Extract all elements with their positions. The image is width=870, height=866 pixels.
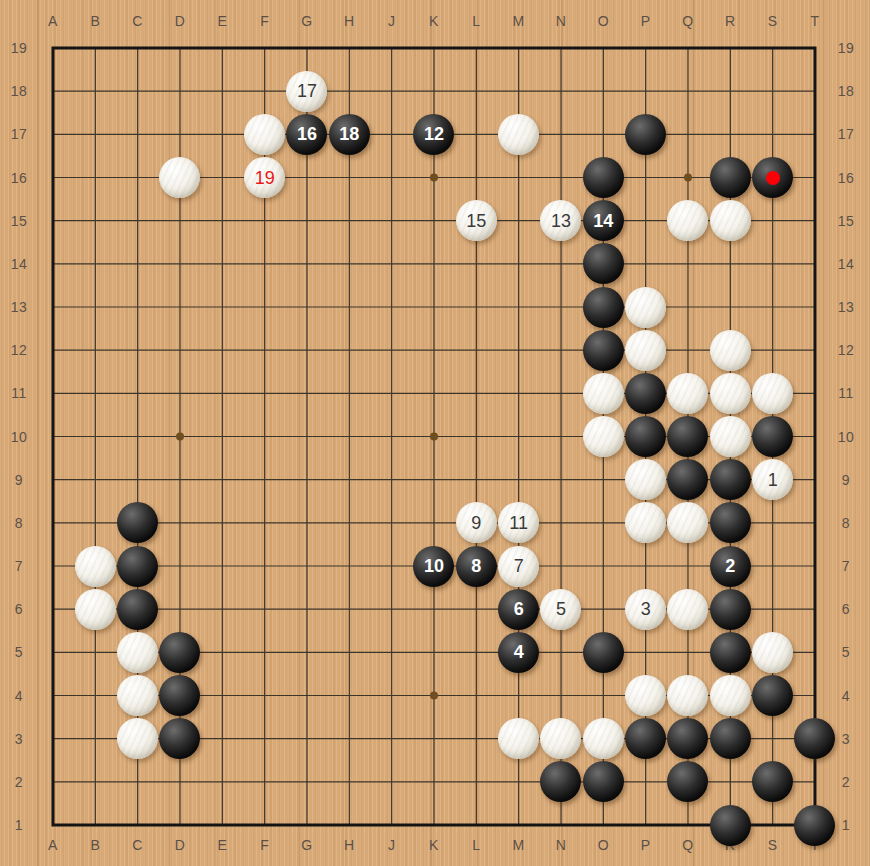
move-number-19: 19 bbox=[255, 169, 275, 187]
star-point-D10 bbox=[176, 433, 184, 441]
stone-black-M6[interactable]: 6 bbox=[498, 589, 539, 630]
stone-white-S9[interactable]: 1 bbox=[752, 459, 793, 500]
stone-white-L15[interactable]: 15 bbox=[456, 200, 497, 241]
move-number-17: 17 bbox=[297, 82, 317, 100]
move-number-8: 8 bbox=[471, 557, 481, 575]
stone-white-M3[interactable] bbox=[498, 718, 539, 759]
coord-label-bottom-D: D bbox=[175, 837, 186, 853]
coord-label-left-8: 8 bbox=[15, 515, 23, 531]
move-number-6: 6 bbox=[514, 600, 524, 618]
stone-black-Q3[interactable] bbox=[667, 718, 708, 759]
stone-black-S10[interactable] bbox=[752, 416, 793, 457]
stone-black-D5[interactable] bbox=[159, 632, 200, 673]
stone-white-M8[interactable]: 11 bbox=[498, 502, 539, 543]
coord-label-right-16: 16 bbox=[838, 170, 855, 186]
stone-black-P3[interactable] bbox=[625, 718, 666, 759]
coord-label-left-17: 17 bbox=[11, 126, 28, 142]
stone-black-O13[interactable] bbox=[583, 287, 624, 328]
coord-label-right-2: 2 bbox=[842, 774, 850, 790]
stone-black-H17[interactable]: 18 bbox=[329, 114, 370, 155]
move-number-9: 9 bbox=[471, 514, 481, 532]
move-number-12: 12 bbox=[424, 125, 444, 143]
coord-label-top-C: C bbox=[132, 13, 143, 29]
coord-label-right-1: 1 bbox=[842, 817, 850, 833]
stone-black-R6[interactable] bbox=[710, 589, 751, 630]
stone-black-O15[interactable]: 14 bbox=[583, 200, 624, 241]
star-point-K16 bbox=[430, 174, 438, 182]
coord-label-top-S: S bbox=[768, 13, 778, 29]
stone-white-O11[interactable] bbox=[583, 373, 624, 414]
coord-label-top-O: O bbox=[598, 13, 609, 29]
stone-white-R11[interactable] bbox=[710, 373, 751, 414]
stone-white-S11[interactable] bbox=[752, 373, 793, 414]
move-number-7: 7 bbox=[514, 557, 524, 575]
stone-black-P11[interactable] bbox=[625, 373, 666, 414]
stone-white-M17[interactable] bbox=[498, 114, 539, 155]
stone-black-C7[interactable] bbox=[117, 546, 158, 587]
stone-white-B6[interactable] bbox=[75, 589, 116, 630]
coord-label-left-19: 19 bbox=[11, 40, 28, 56]
coord-label-left-12: 12 bbox=[11, 342, 28, 358]
stone-white-Q8[interactable] bbox=[667, 502, 708, 543]
coord-label-right-17: 17 bbox=[838, 126, 855, 142]
coord-label-left-16: 16 bbox=[11, 170, 28, 186]
stone-white-C5[interactable] bbox=[117, 632, 158, 673]
star-point-K10 bbox=[430, 433, 438, 441]
coord-label-top-D: D bbox=[175, 13, 186, 29]
coord-label-left-13: 13 bbox=[11, 299, 28, 315]
coord-label-top-J: J bbox=[388, 13, 396, 29]
coord-label-left-9: 9 bbox=[15, 472, 23, 488]
coord-label-bottom-M: M bbox=[513, 837, 525, 853]
stone-white-P12[interactable] bbox=[625, 330, 666, 371]
stone-white-R12[interactable] bbox=[710, 330, 751, 371]
stone-white-S5[interactable] bbox=[752, 632, 793, 673]
coord-label-left-15: 15 bbox=[11, 213, 28, 229]
stone-white-R4[interactable] bbox=[710, 675, 751, 716]
stone-white-Q4[interactable] bbox=[667, 675, 708, 716]
go-board-app: AA1919BB1818CC1717DD1616EE1515FF1414GG13… bbox=[0, 0, 870, 866]
coord-label-top-E: E bbox=[217, 13, 227, 29]
coord-label-top-G: G bbox=[301, 13, 312, 29]
coord-label-right-13: 13 bbox=[838, 299, 855, 315]
coord-label-right-15: 15 bbox=[838, 213, 855, 229]
coord-label-right-10: 10 bbox=[838, 429, 855, 445]
coord-label-bottom-C: C bbox=[132, 837, 143, 853]
coord-label-left-1: 1 bbox=[15, 817, 23, 833]
stone-white-Q6[interactable] bbox=[667, 589, 708, 630]
coord-label-right-8: 8 bbox=[842, 515, 850, 531]
stone-black-R16[interactable] bbox=[710, 157, 751, 198]
coord-label-left-10: 10 bbox=[11, 429, 28, 445]
coord-label-left-18: 18 bbox=[11, 83, 28, 99]
move-number-1: 1 bbox=[768, 471, 778, 489]
coord-label-right-5: 5 bbox=[842, 644, 850, 660]
stone-white-Q15[interactable] bbox=[667, 200, 708, 241]
stone-black-R8[interactable] bbox=[710, 502, 751, 543]
stone-white-N3[interactable] bbox=[540, 718, 581, 759]
stone-white-P13[interactable] bbox=[625, 287, 666, 328]
move-number-18: 18 bbox=[339, 125, 359, 143]
move-number-13: 13 bbox=[551, 212, 571, 230]
coord-label-left-14: 14 bbox=[11, 256, 28, 272]
stone-black-K17[interactable]: 12 bbox=[413, 114, 454, 155]
stone-black-Q2[interactable] bbox=[667, 761, 708, 802]
coord-label-top-R: R bbox=[725, 13, 736, 29]
coord-label-left-5: 5 bbox=[15, 644, 23, 660]
stone-white-F17[interactable] bbox=[244, 114, 285, 155]
stone-black-O14[interactable] bbox=[583, 243, 624, 284]
stone-black-K7[interactable]: 10 bbox=[413, 546, 454, 587]
stone-black-M5[interactable]: 4 bbox=[498, 632, 539, 673]
stone-white-D16[interactable] bbox=[159, 157, 200, 198]
coord-label-bottom-S: S bbox=[768, 837, 778, 853]
move-number-10: 10 bbox=[424, 557, 444, 575]
move-number-4: 4 bbox=[514, 643, 524, 661]
stone-black-C8[interactable] bbox=[117, 502, 158, 543]
coord-label-bottom-J: J bbox=[388, 837, 396, 853]
coord-label-bottom-O: O bbox=[598, 837, 609, 853]
stone-black-Q9[interactable] bbox=[667, 459, 708, 500]
stone-black-O16[interactable] bbox=[583, 157, 624, 198]
coord-label-top-A: A bbox=[48, 13, 58, 29]
stone-white-Q11[interactable] bbox=[667, 373, 708, 414]
coord-label-right-18: 18 bbox=[838, 83, 855, 99]
coord-label-right-7: 7 bbox=[842, 558, 850, 574]
stone-white-N15[interactable]: 13 bbox=[540, 200, 581, 241]
coord-label-bottom-N: N bbox=[556, 837, 567, 853]
coord-label-bottom-F: F bbox=[260, 837, 269, 853]
move-number-14: 14 bbox=[593, 212, 613, 230]
move-number-16: 16 bbox=[297, 125, 317, 143]
stone-black-G17[interactable]: 16 bbox=[286, 114, 327, 155]
coord-label-bottom-K: K bbox=[429, 837, 439, 853]
stone-black-C6[interactable] bbox=[117, 589, 158, 630]
stone-white-P4[interactable] bbox=[625, 675, 666, 716]
coord-label-bottom-P: P bbox=[641, 837, 651, 853]
stone-black-S4[interactable] bbox=[752, 675, 793, 716]
stone-black-P17[interactable] bbox=[625, 114, 666, 155]
coord-label-left-3: 3 bbox=[15, 731, 23, 747]
stone-black-O5[interactable] bbox=[583, 632, 624, 673]
last-move-marker bbox=[766, 171, 780, 185]
stone-white-R10[interactable] bbox=[710, 416, 751, 457]
stone-black-S2[interactable] bbox=[752, 761, 793, 802]
stone-white-P6[interactable]: 3 bbox=[625, 589, 666, 630]
stone-white-M7[interactable]: 7 bbox=[498, 546, 539, 587]
stone-black-R3[interactable] bbox=[710, 718, 751, 759]
stone-black-S16[interactable] bbox=[752, 157, 793, 198]
stone-white-C3[interactable] bbox=[117, 718, 158, 759]
coord-label-top-N: N bbox=[556, 13, 567, 29]
coord-label-right-3: 3 bbox=[842, 731, 850, 747]
stone-black-R1[interactable] bbox=[710, 805, 751, 846]
coord-label-top-F: F bbox=[260, 13, 269, 29]
stone-white-O3[interactable] bbox=[583, 718, 624, 759]
stone-black-O12[interactable] bbox=[583, 330, 624, 371]
coord-label-bottom-E: E bbox=[217, 837, 227, 853]
coord-label-left-7: 7 bbox=[15, 558, 23, 574]
coord-label-top-M: M bbox=[513, 13, 525, 29]
coord-label-top-K: K bbox=[429, 13, 439, 29]
move-number-2: 2 bbox=[725, 557, 735, 575]
stone-white-B7[interactable] bbox=[75, 546, 116, 587]
coord-label-bottom-Q: Q bbox=[682, 837, 693, 853]
coord-label-top-H: H bbox=[344, 13, 355, 29]
coord-label-left-2: 2 bbox=[15, 774, 23, 790]
coord-label-top-L: L bbox=[472, 13, 480, 29]
stone-black-T3[interactable] bbox=[794, 718, 835, 759]
stone-black-R9[interactable] bbox=[710, 459, 751, 500]
move-number-5: 5 bbox=[556, 600, 566, 618]
coord-label-left-4: 4 bbox=[15, 688, 23, 704]
stone-black-N2[interactable] bbox=[540, 761, 581, 802]
coord-label-right-4: 4 bbox=[842, 688, 850, 704]
stone-black-R5[interactable] bbox=[710, 632, 751, 673]
coord-label-right-19: 19 bbox=[838, 40, 855, 56]
coord-label-bottom-G: G bbox=[301, 837, 312, 853]
coord-label-top-T: T bbox=[810, 13, 819, 29]
move-number-15: 15 bbox=[466, 212, 486, 230]
coord-label-right-11: 11 bbox=[838, 385, 854, 401]
coord-label-left-6: 6 bbox=[15, 601, 23, 617]
coord-label-top-Q: Q bbox=[682, 13, 693, 29]
star-point-K4 bbox=[430, 692, 438, 700]
stone-black-D4[interactable] bbox=[159, 675, 200, 716]
coord-label-top-P: P bbox=[641, 13, 651, 29]
stone-white-P8[interactable] bbox=[625, 502, 666, 543]
coord-label-top-B: B bbox=[90, 13, 100, 29]
stone-black-P10[interactable] bbox=[625, 416, 666, 457]
coord-label-bottom-A: A bbox=[48, 837, 58, 853]
coord-label-bottom-L: L bbox=[472, 837, 480, 853]
coord-label-right-14: 14 bbox=[838, 256, 855, 272]
stone-white-N6[interactable]: 5 bbox=[540, 589, 581, 630]
stone-white-F16[interactable]: 19 bbox=[244, 157, 285, 198]
coord-label-right-6: 6 bbox=[842, 601, 850, 617]
coord-label-left-11: 11 bbox=[11, 385, 27, 401]
stone-white-L8[interactable]: 9 bbox=[456, 502, 497, 543]
move-number-11: 11 bbox=[509, 514, 528, 532]
stone-white-R15[interactable] bbox=[710, 200, 751, 241]
stone-black-L7[interactable]: 8 bbox=[456, 546, 497, 587]
coord-label-right-12: 12 bbox=[838, 342, 855, 358]
go-board[interactable]: AA1919BB1818CC1717DD1616EE1515FF1414GG13… bbox=[0, 0, 870, 866]
stone-white-G18[interactable]: 17 bbox=[286, 71, 327, 112]
stone-black-O2[interactable] bbox=[583, 761, 624, 802]
stone-black-D3[interactable] bbox=[159, 718, 200, 759]
star-point-Q16 bbox=[684, 174, 692, 182]
move-number-3: 3 bbox=[641, 600, 651, 618]
coord-label-bottom-B: B bbox=[90, 837, 100, 853]
stone-black-R7[interactable]: 2 bbox=[710, 546, 751, 587]
stone-white-O10[interactable] bbox=[583, 416, 624, 457]
stone-white-P9[interactable] bbox=[625, 459, 666, 500]
stone-black-Q10[interactable] bbox=[667, 416, 708, 457]
coord-label-right-9: 9 bbox=[842, 472, 850, 488]
stone-black-T1[interactable] bbox=[794, 805, 835, 846]
coord-label-bottom-H: H bbox=[344, 837, 355, 853]
stone-white-C4[interactable] bbox=[117, 675, 158, 716]
